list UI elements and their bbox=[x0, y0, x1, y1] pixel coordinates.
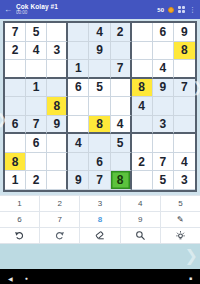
cell-r8c6[interactable] bbox=[111, 153, 132, 172]
cell-r3c6[interactable]: 7 bbox=[111, 60, 132, 79]
numpad-key-1[interactable]: 1 bbox=[0, 196, 39, 211]
cell-r4c1[interactable] bbox=[5, 79, 26, 98]
title-block: Çok Kolay #1 00:00 bbox=[16, 4, 157, 16]
coin-icon bbox=[168, 7, 174, 13]
cell-r6c1[interactable]: 6 bbox=[5, 116, 26, 135]
kebab-menu-icon[interactable]: ⋮ bbox=[189, 6, 196, 14]
cell-r9c4[interactable]: 9 bbox=[68, 171, 89, 190]
cell-r5c1[interactable] bbox=[5, 97, 26, 116]
redo-button[interactable] bbox=[40, 228, 79, 243]
cell-r5c6[interactable] bbox=[111, 97, 132, 116]
cell-r5c8[interactable] bbox=[153, 97, 174, 116]
hint-bulb-icon bbox=[175, 230, 186, 241]
cell-r3c9[interactable] bbox=[174, 60, 195, 79]
cell-r9c8[interactable]: 5 bbox=[153, 171, 174, 190]
cell-r7c8[interactable] bbox=[153, 134, 174, 153]
cell-r7c1[interactable] bbox=[5, 134, 26, 153]
cell-r7c6[interactable]: 5 bbox=[111, 134, 132, 153]
cell-r1c6[interactable]: 2 bbox=[111, 23, 132, 42]
nav-home-icon[interactable]: ● bbox=[25, 275, 28, 281]
cell-r1c2[interactable]: 5 bbox=[26, 23, 47, 42]
cell-r9c7[interactable] bbox=[132, 171, 153, 190]
cell-r6c5[interactable]: 8 bbox=[89, 116, 110, 135]
cell-r9c2[interactable]: 2 bbox=[26, 171, 47, 190]
cell-r3c7[interactable] bbox=[132, 60, 153, 79]
cell-r8c3[interactable] bbox=[47, 153, 68, 172]
back-arrow-icon[interactable]: ← bbox=[4, 5, 14, 14]
redo-icon bbox=[54, 230, 65, 241]
cell-r4c8[interactable]: 9 bbox=[153, 79, 174, 98]
cell-r4c7[interactable]: 8 bbox=[132, 79, 153, 98]
android-nav-bar: ◀ ● ■ bbox=[0, 269, 200, 284]
cell-r3c4[interactable]: 1 bbox=[68, 60, 89, 79]
cell-r2c6[interactable] bbox=[111, 42, 132, 61]
zoom-button[interactable] bbox=[121, 228, 160, 243]
cell-r9c1[interactable]: 1 bbox=[5, 171, 26, 190]
numpad-key-7[interactable]: 7 bbox=[40, 212, 79, 227]
cell-r2c3[interactable]: 3 bbox=[47, 42, 68, 61]
cell-r8c1[interactable]: 8 bbox=[5, 153, 26, 172]
numpad-key-4[interactable]: 4 bbox=[121, 196, 160, 211]
cell-r1c7[interactable] bbox=[132, 23, 153, 42]
decor-chevron-lower: ❯ bbox=[185, 246, 198, 265]
pencil-icon: ✎ bbox=[177, 215, 184, 224]
cell-r4c5[interactable]: 5 bbox=[89, 79, 110, 98]
cell-r6c4[interactable] bbox=[68, 116, 89, 135]
cell-r2c4[interactable] bbox=[68, 42, 89, 61]
cell-r3c3[interactable] bbox=[47, 60, 68, 79]
cell-r9c6[interactable]: 8 bbox=[111, 171, 132, 190]
cell-r2c7[interactable] bbox=[132, 42, 153, 61]
cell-r8c2[interactable] bbox=[26, 153, 47, 172]
cell-r3c2[interactable] bbox=[26, 60, 47, 79]
cell-r6c3[interactable]: 9 bbox=[47, 116, 68, 135]
board-area: ❯ ❯ 754269243981741658978467984364586274… bbox=[0, 19, 200, 192]
cell-r8c9[interactable]: 4 bbox=[174, 153, 195, 172]
numpad-key-6[interactable]: 6 bbox=[0, 212, 39, 227]
cell-r7c9[interactable] bbox=[174, 134, 195, 153]
cell-r8c7[interactable]: 2 bbox=[132, 153, 153, 172]
numpad-key-3[interactable]: 3 bbox=[80, 196, 119, 211]
undo-button[interactable] bbox=[0, 228, 39, 243]
eraser-button[interactable] bbox=[80, 228, 119, 243]
cell-r4c6[interactable] bbox=[111, 79, 132, 98]
numpad-key-2[interactable]: 2 bbox=[40, 196, 79, 211]
cell-r2c2[interactable]: 4 bbox=[26, 42, 47, 61]
toolbar bbox=[0, 228, 200, 244]
cell-r5c7[interactable]: 4 bbox=[132, 97, 153, 116]
app-bar-actions: 50 ⋮ bbox=[157, 6, 196, 14]
magnifier-icon bbox=[135, 230, 146, 241]
numpad-wrap: 123456789✎ bbox=[0, 195, 200, 228]
cell-r3c8[interactable]: 4 bbox=[153, 60, 174, 79]
cell-r7c5[interactable] bbox=[89, 134, 110, 153]
sudoku-board: 7542692439817416589784679843645862741297… bbox=[3, 21, 197, 192]
cell-r1c9[interactable]: 9 bbox=[174, 23, 195, 42]
numpad-key-9[interactable]: 9 bbox=[121, 212, 160, 227]
cell-r9c5[interactable]: 7 bbox=[89, 171, 110, 190]
cell-r4c4[interactable]: 6 bbox=[68, 79, 89, 98]
cell-r6c9[interactable] bbox=[174, 116, 195, 135]
cell-r5c9[interactable] bbox=[174, 97, 195, 116]
numpad-key-5[interactable]: 5 bbox=[161, 196, 200, 211]
page-title: Çok Kolay #1 bbox=[16, 4, 157, 11]
nav-back-icon[interactable]: ◀ bbox=[8, 275, 13, 282]
cell-r6c7[interactable] bbox=[132, 116, 153, 135]
cell-r6c8[interactable]: 3 bbox=[153, 116, 174, 135]
cell-r8c4[interactable] bbox=[68, 153, 89, 172]
cell-r1c5[interactable]: 4 bbox=[89, 23, 110, 42]
cell-r2c1[interactable]: 2 bbox=[5, 42, 26, 61]
cell-r3c1[interactable] bbox=[5, 60, 26, 79]
cell-r1c1[interactable]: 7 bbox=[5, 23, 26, 42]
cell-r7c4[interactable]: 4 bbox=[68, 134, 89, 153]
cell-r1c8[interactable]: 6 bbox=[153, 23, 174, 42]
pencil-button[interactable]: ✎ bbox=[161, 212, 200, 227]
cell-r9c9[interactable]: 3 bbox=[174, 171, 195, 190]
cell-r5c2[interactable] bbox=[26, 97, 47, 116]
cell-r2c8[interactable] bbox=[153, 42, 174, 61]
cell-r5c4[interactable] bbox=[68, 97, 89, 116]
cell-r8c8[interactable]: 7 bbox=[153, 153, 174, 172]
cell-r8c5[interactable]: 6 bbox=[89, 153, 110, 172]
timer: 00:00 bbox=[16, 11, 157, 16]
cell-r7c7[interactable] bbox=[132, 134, 153, 153]
cell-r6c2[interactable]: 7 bbox=[26, 116, 47, 135]
nav-recents-icon[interactable]: ■ bbox=[189, 275, 192, 281]
undo-icon bbox=[14, 230, 25, 241]
cell-r9c3[interactable] bbox=[47, 171, 68, 190]
cell-r2c9[interactable]: 8 bbox=[174, 42, 195, 61]
coin-count: 50 bbox=[157, 7, 164, 13]
cell-r3c5[interactable] bbox=[89, 60, 110, 79]
app-bar: ← Çok Kolay #1 00:00 50 ⋮ bbox=[0, 0, 200, 19]
levels-grid-icon[interactable] bbox=[178, 6, 185, 13]
hint-button[interactable] bbox=[161, 228, 200, 243]
sudoku-app-screen: ← Çok Kolay #1 00:00 50 ⋮ ❯ ❯ 7542692439… bbox=[0, 0, 200, 284]
cell-r1c3[interactable] bbox=[47, 23, 68, 42]
cell-r4c3[interactable] bbox=[47, 79, 68, 98]
cell-r1c4[interactable] bbox=[68, 23, 89, 42]
cell-r7c2[interactable]: 6 bbox=[26, 134, 47, 153]
numpad-key-8[interactable]: 8 bbox=[80, 212, 119, 227]
cell-r4c2[interactable]: 1 bbox=[26, 79, 47, 98]
cell-r7c3[interactable] bbox=[47, 134, 68, 153]
cell-r2c5[interactable]: 9 bbox=[89, 42, 110, 61]
cell-r4c9[interactable]: 7 bbox=[174, 79, 195, 98]
background-strip: ❯ bbox=[0, 244, 200, 269]
eraser-icon bbox=[94, 230, 105, 241]
cell-r6c6[interactable]: 4 bbox=[111, 116, 132, 135]
cell-r5c5[interactable] bbox=[89, 97, 110, 116]
number-pad: 123456789✎ bbox=[0, 195, 200, 228]
cell-r5c3[interactable]: 8 bbox=[47, 97, 68, 116]
